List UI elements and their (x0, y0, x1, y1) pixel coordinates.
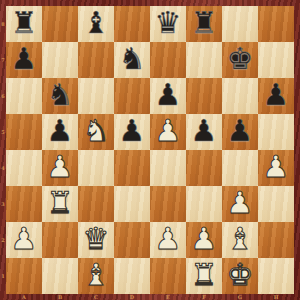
square-b5[interactable]: ♟ (42, 114, 78, 150)
rank-label-5: 5 (0, 114, 6, 150)
square-b2[interactable] (42, 222, 78, 258)
square-a6[interactable] (6, 78, 42, 114)
piece-white-pawn: ♟ (227, 186, 254, 221)
piece-white-pawn: ♟ (191, 222, 218, 257)
square-b4[interactable]: ♟ (42, 150, 78, 186)
piece-white-rook: ♜ (191, 258, 218, 293)
square-g3[interactable]: ♟ (222, 186, 258, 222)
file-label-f: F (186, 294, 222, 300)
chess-diagram: ♜♝♛♜♟♞♚♞♟♟♟♞♟♟♟♟♟♟♜♟♟♛♟♟♝♝♜♚ 87654321 AB… (0, 0, 300, 300)
square-d5[interactable]: ♟ (114, 114, 150, 150)
square-h6[interactable]: ♟ (258, 78, 294, 114)
square-f5[interactable]: ♟ (186, 114, 222, 150)
piece-black-pawn: ♟ (155, 78, 182, 113)
square-f1[interactable]: ♜ (186, 258, 222, 294)
piece-white-pawn: ♟ (155, 222, 182, 257)
square-e6[interactable]: ♟ (150, 78, 186, 114)
square-d3[interactable] (114, 186, 150, 222)
piece-black-pawn: ♟ (263, 78, 290, 113)
square-c1[interactable]: ♝ (78, 258, 114, 294)
rank-labels: 87654321 (0, 6, 6, 294)
square-c8[interactable]: ♝ (78, 6, 114, 42)
square-h5[interactable] (258, 114, 294, 150)
square-c4[interactable] (78, 150, 114, 186)
piece-black-rook: ♜ (11, 6, 38, 41)
rank-label-8: 8 (0, 6, 6, 42)
square-c2[interactable]: ♛ (78, 222, 114, 258)
rank-label-4: 4 (0, 150, 6, 186)
file-label-c: C (78, 294, 114, 300)
square-f8[interactable]: ♜ (186, 6, 222, 42)
piece-white-bishop: ♝ (227, 222, 254, 257)
square-a8[interactable]: ♜ (6, 6, 42, 42)
square-e3[interactable] (150, 186, 186, 222)
piece-white-pawn: ♟ (47, 150, 74, 185)
square-d4[interactable] (114, 150, 150, 186)
file-label-e: E (150, 294, 186, 300)
square-e4[interactable] (150, 150, 186, 186)
square-d7[interactable]: ♞ (114, 42, 150, 78)
square-g5[interactable]: ♟ (222, 114, 258, 150)
square-a1[interactable] (6, 258, 42, 294)
piece-black-knight: ♞ (119, 42, 146, 77)
piece-white-knight: ♞ (83, 114, 110, 149)
square-f2[interactable]: ♟ (186, 222, 222, 258)
square-g2[interactable]: ♝ (222, 222, 258, 258)
rank-label-1: 1 (0, 258, 6, 294)
square-c3[interactable] (78, 186, 114, 222)
piece-white-pawn: ♟ (155, 114, 182, 149)
square-h7[interactable] (258, 42, 294, 78)
piece-white-rook: ♜ (47, 186, 74, 221)
square-c6[interactable] (78, 78, 114, 114)
square-e2[interactable]: ♟ (150, 222, 186, 258)
square-h8[interactable] (258, 6, 294, 42)
piece-black-bishop: ♝ (83, 6, 110, 41)
square-h3[interactable] (258, 186, 294, 222)
square-b8[interactable] (42, 6, 78, 42)
square-e1[interactable] (150, 258, 186, 294)
rank-label-7: 7 (0, 42, 6, 78)
square-g7[interactable]: ♚ (222, 42, 258, 78)
square-h4[interactable]: ♟ (258, 150, 294, 186)
file-label-a: A (6, 294, 42, 300)
chessboard: ♜♝♛♜♟♞♚♞♟♟♟♞♟♟♟♟♟♟♜♟♟♛♟♟♝♝♜♚ (6, 6, 294, 294)
square-g8[interactable] (222, 6, 258, 42)
file-labels: ABCDEFGH (6, 294, 294, 300)
rank-label-6: 6 (0, 78, 6, 114)
rank-label-3: 3 (0, 186, 6, 222)
square-h1[interactable] (258, 258, 294, 294)
square-g4[interactable] (222, 150, 258, 186)
square-f4[interactable] (186, 150, 222, 186)
file-label-b: B (42, 294, 78, 300)
square-a2[interactable]: ♟ (6, 222, 42, 258)
square-b3[interactable]: ♜ (42, 186, 78, 222)
square-b7[interactable] (42, 42, 78, 78)
piece-black-pawn: ♟ (119, 114, 146, 149)
square-d8[interactable] (114, 6, 150, 42)
square-a7[interactable]: ♟ (6, 42, 42, 78)
square-h2[interactable] (258, 222, 294, 258)
file-label-d: D (114, 294, 150, 300)
square-a4[interactable] (6, 150, 42, 186)
piece-black-pawn: ♟ (227, 114, 254, 149)
file-label-h: H (258, 294, 294, 300)
square-f7[interactable] (186, 42, 222, 78)
square-b6[interactable]: ♞ (42, 78, 78, 114)
square-c7[interactable] (78, 42, 114, 78)
square-d1[interactable] (114, 258, 150, 294)
piece-black-knight: ♞ (47, 78, 74, 113)
square-g1[interactable]: ♚ (222, 258, 258, 294)
piece-black-pawn: ♟ (191, 114, 218, 149)
piece-white-pawn: ♟ (11, 222, 38, 257)
square-e8[interactable]: ♛ (150, 6, 186, 42)
square-b1[interactable] (42, 258, 78, 294)
square-e7[interactable] (150, 42, 186, 78)
piece-white-pawn: ♟ (263, 150, 290, 185)
square-d2[interactable] (114, 222, 150, 258)
rank-label-2: 2 (0, 222, 6, 258)
piece-black-queen: ♛ (155, 6, 182, 41)
square-f3[interactable] (186, 186, 222, 222)
square-c5[interactable]: ♞ (78, 114, 114, 150)
piece-black-rook: ♜ (191, 6, 218, 41)
square-a3[interactable] (6, 186, 42, 222)
square-a5[interactable] (6, 114, 42, 150)
piece-white-queen: ♛ (83, 222, 110, 257)
piece-black-pawn: ♟ (47, 114, 74, 149)
piece-black-king: ♚ (227, 42, 254, 77)
square-f6[interactable] (186, 78, 222, 114)
square-d6[interactable] (114, 78, 150, 114)
piece-white-king: ♚ (227, 258, 254, 293)
piece-white-bishop: ♝ (83, 258, 110, 293)
piece-black-pawn: ♟ (11, 42, 38, 77)
square-g6[interactable] (222, 78, 258, 114)
square-e5[interactable]: ♟ (150, 114, 186, 150)
file-label-g: G (222, 294, 258, 300)
